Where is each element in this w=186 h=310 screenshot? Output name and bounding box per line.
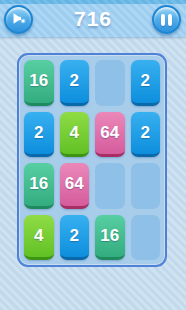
grid-cell [95, 163, 125, 209]
grid-cell: 2 [131, 112, 161, 158]
grid-cell [95, 60, 125, 106]
grid-cell: 2 [24, 112, 54, 158]
game-screen: 716 16 2 2 2 4 64 2 16 64 [0, 0, 186, 310]
grid-cell: 64 [95, 112, 125, 158]
grid-cell: 2 [131, 60, 161, 106]
grid-cell: 64 [60, 163, 90, 209]
pause-icon [161, 14, 172, 26]
grid-cell: 4 [60, 112, 90, 158]
sound-button[interactable] [4, 5, 33, 34]
speaker-icon [10, 10, 27, 30]
grid-cell [131, 215, 161, 261]
grid-cell: 16 [24, 60, 54, 106]
top-bar: 716 [0, 0, 186, 37]
grid-cell: 4 [24, 215, 54, 261]
grid-cell: 16 [95, 215, 125, 261]
game-board[interactable]: 16 2 2 2 4 64 2 16 64 4 2 16 [17, 53, 167, 267]
status-strip [0, 0, 186, 4]
grid-cell: 2 [60, 60, 90, 106]
grid-cell: 2 [60, 215, 90, 261]
tile-grid: 16 2 2 2 4 64 2 16 64 4 2 16 [19, 55, 165, 265]
grid-cell [131, 163, 161, 209]
grid-cell: 16 [24, 163, 54, 209]
pause-button[interactable] [152, 5, 181, 34]
